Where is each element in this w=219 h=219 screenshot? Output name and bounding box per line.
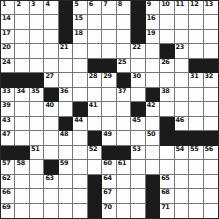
- grid-cell-r6c1[interactable]: 34: [15, 88, 29, 102]
- grid-cell-r4c11[interactable]: 26: [160, 59, 174, 73]
- black-cell-r5c2: [30, 73, 44, 87]
- grid-cell-r3c14[interactable]: [204, 44, 218, 58]
- black-cell-r9c6: [88, 131, 102, 145]
- grid-cell-r10c13[interactable]: 55: [189, 146, 203, 160]
- black-cell-r9c14: [204, 131, 218, 145]
- black-cell-r4c14: [204, 59, 218, 73]
- grid-cell-r3c10[interactable]: [146, 44, 160, 58]
- clue-number: 27: [45, 73, 53, 80]
- clue-number: 70: [103, 204, 111, 211]
- grid-cell-r4c3[interactable]: [44, 59, 58, 73]
- grid-cell-r0c3[interactable]: 4: [44, 1, 58, 15]
- clue-number: 54: [176, 146, 184, 153]
- clue-number: 26: [161, 59, 169, 66]
- grid-cell-r11c11[interactable]: [160, 160, 174, 174]
- grid-cell-r5c9[interactable]: 30: [131, 73, 145, 87]
- grid-cell-r0c12[interactable]: 11: [175, 1, 189, 15]
- grid-cell-r14c12[interactable]: [175, 204, 189, 218]
- clue-number: 6: [89, 1, 93, 8]
- clue-number: 37: [118, 88, 126, 95]
- grid-cell-r12c9[interactable]: [131, 175, 145, 189]
- grid-cell-r6c7[interactable]: [102, 88, 116, 102]
- black-cell-r3c11: [160, 44, 174, 58]
- grid-cell-r2c14[interactable]: [204, 30, 218, 44]
- grid-cell-r5c12[interactable]: [175, 73, 189, 87]
- clue-number: 25: [118, 59, 126, 66]
- clue-number: 18: [74, 30, 82, 37]
- grid-cell-r12c5[interactable]: [73, 175, 87, 189]
- black-cell-r6c3: [44, 88, 58, 102]
- clue-number: 16: [147, 15, 155, 22]
- grid-cell-r9c3[interactable]: [44, 131, 58, 145]
- grid-cell-r3c8[interactable]: [117, 44, 131, 58]
- grid-cell-r8c3[interactable]: [44, 117, 58, 131]
- grid-cell-r10c4[interactable]: [59, 146, 73, 160]
- grid-cell-r2c1[interactable]: [15, 30, 29, 44]
- clue-number: 1: [2, 1, 6, 8]
- black-cell-r7c9: [131, 102, 145, 116]
- grid-cell-r2c8[interactable]: [117, 30, 131, 44]
- clue-number: 17: [2, 30, 10, 37]
- grid-cell-r1c3[interactable]: [44, 15, 58, 29]
- grid-cell-r10c5[interactable]: [73, 146, 87, 160]
- grid-cell-r11c0[interactable]: 57: [1, 160, 15, 174]
- grid-cell-r3c6[interactable]: [88, 44, 102, 58]
- clue-number: 48: [60, 131, 68, 138]
- grid-cell-r3c13[interactable]: [189, 44, 203, 58]
- grid-cell-r6c9[interactable]: [131, 88, 145, 102]
- clue-number: 53: [132, 146, 140, 153]
- black-cell-r4c13: [189, 59, 203, 73]
- grid-cell-r14c9[interactable]: [131, 204, 145, 218]
- grid-cell-r13c9[interactable]: [131, 189, 145, 203]
- grid-cell-r14c13[interactable]: [189, 204, 203, 218]
- grid-cell-r14c1[interactable]: [15, 204, 29, 218]
- grid-cell-r12c12[interactable]: [175, 175, 189, 189]
- clue-number: 33: [2, 88, 10, 95]
- grid-cell-r0c1[interactable]: 2: [15, 1, 29, 15]
- grid-cell-r9c2[interactable]: [30, 131, 44, 145]
- grid-cell-r11c2[interactable]: [30, 160, 44, 174]
- grid-cell-r14c0[interactable]: 69: [1, 204, 15, 218]
- grid-cell-r10c11[interactable]: [160, 146, 174, 160]
- clue-number: 8: [118, 1, 122, 8]
- grid-cell-r4c9[interactable]: [131, 59, 145, 73]
- black-cell-r0c9: [131, 1, 145, 15]
- black-cell-r11c3: [44, 160, 58, 174]
- grid-cell-r8c2[interactable]: [30, 117, 44, 131]
- clue-number: 51: [31, 146, 39, 153]
- grid-cell-r13c4[interactable]: [59, 189, 73, 203]
- grid-cell-r4c5[interactable]: [73, 59, 87, 73]
- black-cell-r0c4: [59, 1, 73, 15]
- grid-cell-r6c8[interactable]: 37: [117, 88, 131, 102]
- black-cell-r2c9: [131, 30, 145, 44]
- clue-number: 22: [132, 44, 140, 51]
- clue-number: 13: [205, 1, 213, 8]
- grid-cell-r2c12[interactable]: [175, 30, 189, 44]
- grid-cell-r14c2[interactable]: [30, 204, 44, 218]
- clue-number: 46: [176, 117, 184, 124]
- grid-cell-r13c14[interactable]: [204, 189, 218, 203]
- grid-cell-r5c4[interactable]: [59, 73, 73, 87]
- grid-cell-r13c2[interactable]: [30, 189, 44, 203]
- clue-number: 66: [2, 189, 10, 196]
- grid-cell-r3c9[interactable]: 22: [131, 44, 145, 58]
- black-cell-r1c9: [131, 15, 145, 29]
- grid-cell-r2c0[interactable]: 17: [1, 30, 15, 44]
- grid-cell-r4c1[interactable]: [15, 59, 29, 73]
- clue-number: 71: [161, 204, 169, 211]
- crossword-grid: 1234567891011121314151617181920212223242…: [0, 0, 219, 219]
- grid-cell-r2c13[interactable]: [189, 30, 203, 44]
- grid-cell-r1c7[interactable]: [102, 15, 116, 29]
- grid-cell-r13c0[interactable]: 66: [1, 189, 15, 203]
- black-cell-r9c13: [189, 131, 203, 145]
- clue-number: 61: [118, 160, 126, 167]
- clue-number: 55: [190, 146, 198, 153]
- grid-cell-r11c13[interactable]: [189, 160, 203, 174]
- black-cell-r13c10: [146, 189, 160, 203]
- grid-cell-r14c11[interactable]: 71: [160, 204, 174, 218]
- grid-cell-r13c8[interactable]: [117, 189, 131, 203]
- clue-number: 57: [2, 160, 10, 167]
- grid-cell-r8c12[interactable]: 46: [175, 117, 189, 131]
- grid-cell-r9c10[interactable]: 50: [146, 131, 160, 145]
- grid-cell-r0c0[interactable]: 1: [1, 1, 15, 15]
- grid-cell-r5c3[interactable]: 27: [44, 73, 58, 87]
- grid-cell-r7c13[interactable]: [189, 102, 203, 116]
- clue-number: 15: [74, 15, 82, 22]
- grid-cell-r2c6[interactable]: [88, 30, 102, 44]
- grid-cell-r8c14[interactable]: [204, 117, 218, 131]
- clue-number: 39: [2, 102, 10, 109]
- grid-cell-r12c4[interactable]: [59, 175, 73, 189]
- grid-cell-r14c8[interactable]: [117, 204, 131, 218]
- grid-cell-r6c0[interactable]: 33: [1, 88, 15, 102]
- black-cell-r10c8: [117, 146, 131, 160]
- clue-number: 29: [103, 73, 111, 80]
- grid-cell-r0c14[interactable]: 13: [204, 1, 218, 15]
- grid-cell-r1c1[interactable]: [15, 15, 29, 29]
- grid-cell-r11c9[interactable]: [131, 160, 145, 174]
- grid-cell-r4c4[interactable]: [59, 59, 73, 73]
- grid-cell-r2c7[interactable]: [102, 30, 116, 44]
- grid-cell-r6c4[interactable]: 36: [59, 88, 73, 102]
- grid-cell-r5c6[interactable]: 28: [88, 73, 102, 87]
- grid-cell-r13c3[interactable]: [44, 189, 58, 203]
- black-cell-r4c7: [102, 59, 116, 73]
- grid-cell-r10c6[interactable]: 52: [88, 146, 102, 160]
- clue-number: 4: [45, 1, 49, 8]
- grid-cell-r7c10[interactable]: 42: [146, 102, 160, 116]
- grid-cell-r4c0[interactable]: 24: [1, 59, 15, 73]
- black-cell-r1c4: [59, 15, 73, 29]
- grid-cell-r0c7[interactable]: 7: [102, 1, 116, 15]
- clue-number: 20: [2, 44, 10, 51]
- grid-cell-r7c7[interactable]: [102, 102, 116, 116]
- black-cell-r12c6: [88, 175, 102, 189]
- black-cell-r14c10: [146, 204, 160, 218]
- clue-number: 65: [161, 175, 169, 182]
- grid-cell-r7c4[interactable]: [59, 102, 73, 116]
- grid-cell-r3c1[interactable]: [15, 44, 29, 58]
- grid-cell-r9c5[interactable]: [73, 131, 87, 145]
- clue-number: 7: [103, 1, 107, 8]
- grid-cell-r3c3[interactable]: [44, 44, 58, 58]
- grid-cell-r5c13[interactable]: 31: [189, 73, 203, 87]
- grid-cell-r4c12[interactable]: [175, 59, 189, 73]
- grid-cell-r14c5[interactable]: [73, 204, 87, 218]
- grid-cell-r7c6[interactable]: 41: [88, 102, 102, 116]
- grid-cell-r9c8[interactable]: [117, 131, 131, 145]
- grid-cell-r1c5[interactable]: 15: [73, 15, 87, 29]
- grid-cell-r3c4[interactable]: 21: [59, 44, 73, 58]
- grid-cell-r7c2[interactable]: [30, 102, 44, 116]
- grid-cell-r12c7[interactable]: 64: [102, 175, 116, 189]
- grid-cell-r8c5[interactable]: 44: [73, 117, 87, 131]
- clue-number: 67: [103, 189, 111, 196]
- grid-cell-r6c13[interactable]: [189, 88, 203, 102]
- grid-cell-r3c7[interactable]: [102, 44, 116, 58]
- grid-cell-r11c1[interactable]: 58: [15, 160, 29, 174]
- grid-cell-r0c11[interactable]: 10: [160, 1, 174, 15]
- grid-cell-r1c10[interactable]: 16: [146, 15, 160, 29]
- grid-cell-r4c10[interactable]: [146, 59, 160, 73]
- grid-cell-r0c5[interactable]: 5: [73, 1, 87, 15]
- clue-number: 52: [89, 146, 97, 153]
- grid-cell-r12c3[interactable]: 63: [44, 175, 58, 189]
- grid-cell-r1c0[interactable]: 14: [1, 15, 15, 29]
- grid-cell-r13c12[interactable]: [175, 189, 189, 203]
- grid-cell-r8c8[interactable]: [117, 117, 131, 131]
- grid-cell-r11c10[interactable]: [146, 160, 160, 174]
- clue-number: 34: [16, 88, 24, 95]
- clue-number: 44: [74, 117, 82, 124]
- grid-cell-r6c5[interactable]: [73, 88, 87, 102]
- black-cell-r12c10: [146, 175, 160, 189]
- grid-cell-r10c9[interactable]: 53: [131, 146, 145, 160]
- grid-cell-r5c11[interactable]: [160, 73, 174, 87]
- clue-number: 2: [16, 1, 20, 8]
- clue-number: 14: [2, 15, 10, 22]
- grid-cell-r11c8[interactable]: 61: [117, 160, 131, 174]
- grid-cell-r11c6[interactable]: [88, 160, 102, 174]
- black-cell-r8c11: [160, 117, 174, 131]
- grid-cell-r12c8[interactable]: [117, 175, 131, 189]
- clue-number: 9: [147, 1, 151, 8]
- black-cell-r9c12: [175, 131, 189, 145]
- grid-cell-r11c5[interactable]: [73, 160, 87, 174]
- clue-number: 35: [31, 88, 39, 95]
- grid-cell-r7c12[interactable]: [175, 102, 189, 116]
- grid-cell-r12c0[interactable]: 62: [1, 175, 15, 189]
- grid-cell-r9c9[interactable]: [131, 131, 145, 145]
- clue-number: 10: [161, 1, 169, 8]
- grid-cell-r5c10[interactable]: [146, 73, 160, 87]
- grid-cell-r3c5[interactable]: [73, 44, 87, 58]
- grid-cell-r1c6[interactable]: [88, 15, 102, 29]
- grid-cell-r9c4[interactable]: 48: [59, 131, 73, 145]
- clue-number: 36: [60, 88, 68, 95]
- grid-cell-r2c10[interactable]: 19: [146, 30, 160, 44]
- grid-cell-r13c5[interactable]: [73, 189, 87, 203]
- grid-cell-r3c0[interactable]: 20: [1, 44, 15, 58]
- grid-cell-r8c13[interactable]: [189, 117, 203, 131]
- clue-number: 40: [45, 102, 53, 109]
- grid-cell-r10c10[interactable]: [146, 146, 160, 160]
- clue-number: 47: [2, 131, 10, 138]
- clue-number: 30: [132, 73, 140, 80]
- grid-cell-r8c1[interactable]: [15, 117, 29, 131]
- grid-cell-r13c1[interactable]: [15, 189, 29, 203]
- clue-number: 62: [2, 175, 10, 182]
- grid-cell-r14c3[interactable]: [44, 204, 58, 218]
- clue-number: 12: [190, 1, 198, 8]
- black-cell-r9c11: [160, 131, 174, 145]
- clue-number: 49: [103, 131, 111, 138]
- grid-cell-r13c7[interactable]: 67: [102, 189, 116, 203]
- clue-number: 11: [176, 1, 184, 8]
- black-cell-r4c6: [88, 59, 102, 73]
- clue-number: 28: [89, 73, 97, 80]
- clue-number: 21: [60, 44, 68, 51]
- grid-cell-r7c11[interactable]: [160, 102, 174, 116]
- black-cell-r5c8: [117, 73, 131, 87]
- black-cell-r2c4: [59, 30, 73, 44]
- grid-cell-r8c7[interactable]: [102, 117, 116, 131]
- grid-cell-r6c11[interactable]: 38: [160, 88, 174, 102]
- grid-cell-r7c3[interactable]: 40: [44, 102, 58, 116]
- grid-cell-r6c12[interactable]: [175, 88, 189, 102]
- grid-cell-r2c11[interactable]: [160, 30, 174, 44]
- black-cell-r14c6: [88, 204, 102, 218]
- black-cell-r10c0: [1, 146, 15, 160]
- grid-cell-r0c13[interactable]: 12: [189, 1, 203, 15]
- grid-cell-r9c7[interactable]: 49: [102, 131, 116, 145]
- grid-cell-r2c5[interactable]: 18: [73, 30, 87, 44]
- grid-cell-r0c8[interactable]: 8: [117, 1, 131, 15]
- grid-cell-r1c8[interactable]: [117, 15, 131, 29]
- grid-cell-r7c0[interactable]: 39: [1, 102, 15, 116]
- clue-number: 43: [2, 117, 10, 124]
- grid-cell-r2c3[interactable]: [44, 30, 58, 44]
- clue-number: 45: [132, 117, 140, 124]
- clue-number: 56: [205, 146, 213, 153]
- grid-cell-r11c7[interactable]: 60: [102, 160, 116, 174]
- clue-number: 69: [2, 204, 10, 211]
- clue-number: 31: [190, 73, 198, 80]
- clue-number: 68: [161, 189, 169, 196]
- grid-cell-r14c4[interactable]: [59, 204, 73, 218]
- clue-number: 24: [2, 59, 10, 66]
- black-cell-r5c0: [1, 73, 15, 87]
- grid-cell-r8c9[interactable]: 45: [131, 117, 145, 131]
- grid-cell-r10c14[interactable]: 56: [204, 146, 218, 160]
- grid-cell-r8c6[interactable]: [88, 117, 102, 131]
- grid-cell-r1c12[interactable]: [175, 15, 189, 29]
- grid-cell-r3c2[interactable]: [30, 44, 44, 58]
- grid-cell-r6c14[interactable]: [204, 88, 218, 102]
- grid-cell-r6c6[interactable]: [88, 88, 102, 102]
- clue-number: 42: [147, 102, 155, 109]
- grid-cell-r12c13[interactable]: [189, 175, 203, 189]
- grid-cell-r3c12[interactable]: 23: [175, 44, 189, 58]
- black-cell-r7c5: [73, 102, 87, 116]
- grid-cell-r0c2[interactable]: 3: [30, 1, 44, 15]
- clue-number: 5: [74, 1, 78, 8]
- grid-cell-r1c11[interactable]: [160, 15, 174, 29]
- clue-number: 64: [103, 175, 111, 182]
- black-cell-r10c7: [102, 146, 116, 160]
- grid-cell-r8c0[interactable]: 43: [1, 117, 15, 131]
- black-cell-r8c4: [59, 117, 73, 131]
- grid-cell-r14c14[interactable]: [204, 204, 218, 218]
- black-cell-r10c1: [15, 146, 29, 160]
- clue-number: 63: [45, 175, 53, 182]
- black-cell-r13c6: [88, 189, 102, 203]
- clue-number: 32: [205, 73, 213, 80]
- grid-cell-r1c13[interactable]: [189, 15, 203, 29]
- grid-cell-r9c1[interactable]: [15, 131, 29, 145]
- grid-cell-r12c2[interactable]: [30, 175, 44, 189]
- grid-cell-r11c14[interactable]: [204, 160, 218, 174]
- grid-cell-r13c11[interactable]: 68: [160, 189, 174, 203]
- grid-cell-r10c2[interactable]: 51: [30, 146, 44, 160]
- grid-cell-r5c5[interactable]: [73, 73, 87, 87]
- grid-cell-r7c14[interactable]: [204, 102, 218, 116]
- clue-number: 41: [89, 102, 97, 109]
- clue-number: 23: [176, 44, 184, 51]
- grid-cell-r5c7[interactable]: 29: [102, 73, 116, 87]
- clue-number: 59: [60, 160, 68, 167]
- grid-cell-r12c11[interactable]: 65: [160, 175, 174, 189]
- grid-cell-r1c14[interactable]: [204, 15, 218, 29]
- grid-cell-r11c4[interactable]: 59: [59, 160, 73, 174]
- grid-cell-r5c14[interactable]: 32: [204, 73, 218, 87]
- grid-cell-r9c0[interactable]: 47: [1, 131, 15, 145]
- grid-cell-r13c13[interactable]: [189, 189, 203, 203]
- black-cell-r6c10: [146, 88, 160, 102]
- grid-cell-r0c10[interactable]: 9: [146, 1, 160, 15]
- grid-cell-r11c12[interactable]: [175, 160, 189, 174]
- grid-cell-r6c2[interactable]: 35: [30, 88, 44, 102]
- grid-cell-r14c7[interactable]: 70: [102, 204, 116, 218]
- clue-number: 3: [31, 1, 35, 8]
- grid-cell-r1c2[interactable]: [30, 15, 44, 29]
- clue-number: 60: [103, 160, 111, 167]
- grid-cell-r7c1[interactable]: [15, 102, 29, 116]
- grid-cell-r2c2[interactable]: [30, 30, 44, 44]
- grid-cell-r10c3[interactable]: [44, 146, 58, 160]
- grid-cell-r4c2[interactable]: [30, 59, 44, 73]
- grid-cell-r0c6[interactable]: 6: [88, 1, 102, 15]
- grid-cell-r4c8[interactable]: 25: [117, 59, 131, 73]
- clue-number: 19: [147, 30, 155, 37]
- grid-cell-r8c10[interactable]: [146, 117, 160, 131]
- grid-cell-r10c12[interactable]: 54: [175, 146, 189, 160]
- grid-cell-r7c8[interactable]: [117, 102, 131, 116]
- crossword-puzzle: 1234567891011121314151617181920212223242…: [0, 0, 219, 219]
- clue-number: 58: [16, 160, 24, 167]
- clue-number: 38: [161, 88, 169, 95]
- black-cell-r5c1: [15, 73, 29, 87]
- grid-cell-r12c14[interactable]: [204, 175, 218, 189]
- grid-cell-r12c1[interactable]: [15, 175, 29, 189]
- clue-number: 50: [147, 131, 155, 138]
